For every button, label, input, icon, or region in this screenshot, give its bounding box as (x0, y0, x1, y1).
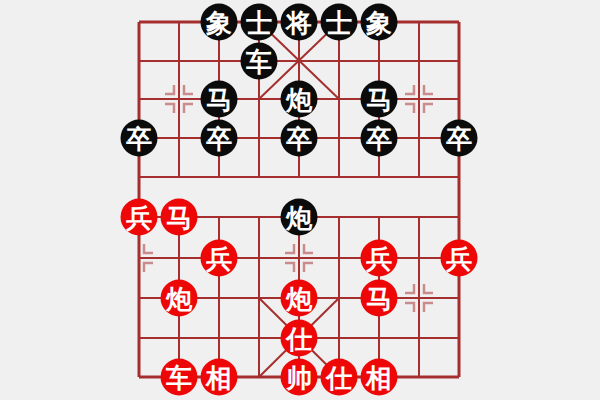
piece-black-advisor[interactable]: 士 (241, 4, 278, 41)
piece-black-pawn[interactable]: 卒 (201, 120, 238, 157)
piece-black-elephant[interactable]: 象 (361, 4, 398, 41)
piece-black-pawn[interactable]: 卒 (361, 120, 398, 157)
piece-red-pawn[interactable]: 兵 (361, 240, 398, 277)
piece-red-pawn[interactable]: 兵 (121, 199, 158, 236)
xiangqi-diagram: 象士将士象车马炮马卒卒卒卒卒炮兵马兵兵兵炮炮马仕车相帅仕相 (0, 0, 600, 400)
piece-red-pawn[interactable]: 兵 (201, 240, 238, 277)
piece-red-horse[interactable]: 马 (361, 280, 398, 317)
piece-red-cannon[interactable]: 炮 (281, 280, 318, 317)
piece-black-chariot[interactable]: 车 (241, 43, 278, 80)
piece-black-elephant[interactable]: 象 (201, 4, 238, 41)
piece-black-advisor[interactable]: 士 (321, 4, 358, 41)
piece-red-cannon[interactable]: 炮 (161, 280, 198, 317)
piece-black-horse[interactable]: 马 (201, 81, 238, 118)
pieces-layer: 象士将士象车马炮马卒卒卒卒卒炮兵马兵兵兵炮炮马仕车相帅仕相 (0, 0, 600, 400)
piece-black-cannon[interactable]: 炮 (281, 81, 318, 118)
piece-red-horse[interactable]: 马 (161, 199, 198, 236)
piece-black-horse[interactable]: 马 (361, 81, 398, 118)
piece-red-advisor[interactable]: 仕 (281, 320, 318, 357)
piece-black-general[interactable]: 将 (281, 4, 318, 41)
piece-black-pawn[interactable]: 卒 (441, 120, 478, 157)
piece-black-pawn[interactable]: 卒 (281, 120, 318, 157)
piece-red-chariot[interactable]: 车 (161, 359, 198, 396)
piece-red-king[interactable]: 帅 (281, 359, 318, 396)
piece-red-elephant[interactable]: 相 (201, 359, 238, 396)
piece-red-pawn[interactable]: 兵 (441, 240, 478, 277)
piece-red-advisor[interactable]: 仕 (321, 359, 358, 396)
piece-red-elephant[interactable]: 相 (361, 359, 398, 396)
piece-black-cannon[interactable]: 炮 (281, 199, 318, 236)
piece-black-pawn[interactable]: 卒 (121, 120, 158, 157)
